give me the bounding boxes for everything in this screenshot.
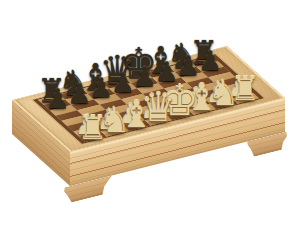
black-pawn[interactable]: ♟: [46, 85, 70, 112]
black-pawn[interactable]: ♟: [89, 74, 113, 101]
pieces-layer: ♜♞♝♛♚♝♞♜♟♟♟♟♟♟♟♟♟♟♟♟♟♟♟♟♜♞♝♛♚♝♞♜: [0, 0, 300, 225]
black-pawn[interactable]: ♟: [67, 80, 91, 107]
black-pawn[interactable]: ♟: [111, 69, 135, 96]
white-rook[interactable]: ♜: [78, 111, 108, 144]
chess-set-photo: ♜♞♝♛♚♝♞♜♟♟♟♟♟♟♟♟♟♟♟♟♟♟♟♟♜♞♝♛♚♝♞♜: [0, 0, 300, 225]
black-pawn[interactable]: ♟: [198, 47, 222, 74]
